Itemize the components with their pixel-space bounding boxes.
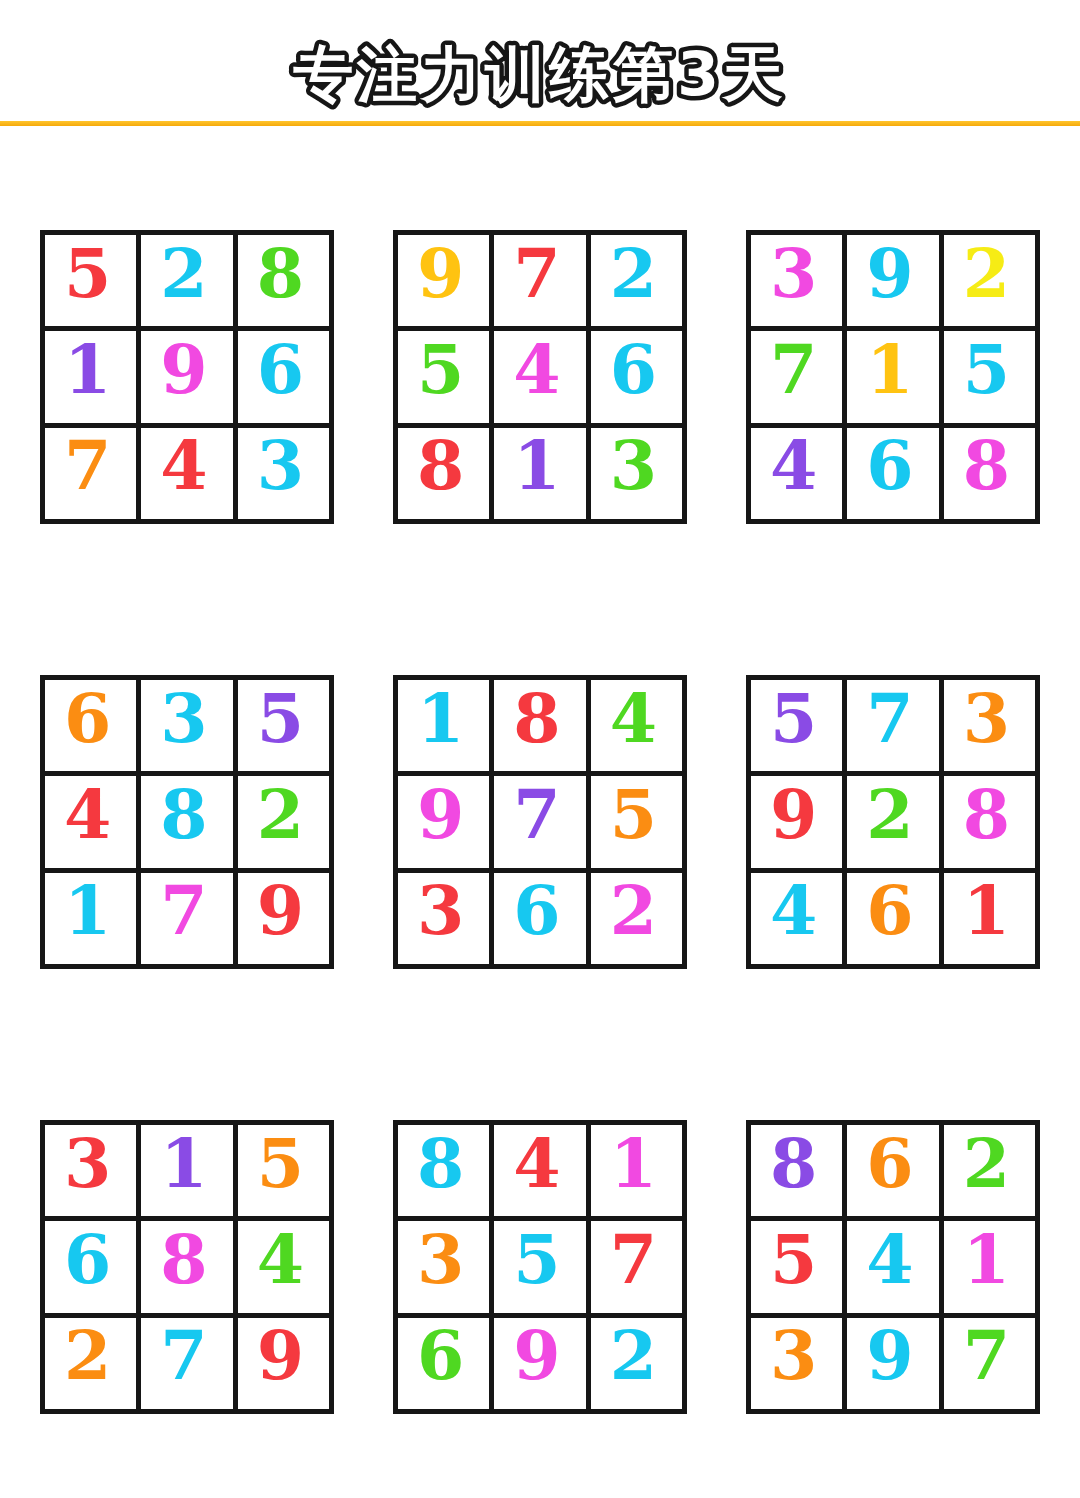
cell: 4 [45, 776, 136, 867]
cell: 6 [238, 331, 329, 422]
cell: 2 [591, 1318, 682, 1409]
digit: 7 [770, 335, 817, 403]
digit: 1 [866, 335, 913, 403]
digit: 7 [160, 1321, 207, 1389]
boards-grid: 5281967439725468133927154686354821791849… [40, 230, 1040, 1414]
digit: 6 [513, 876, 560, 944]
cell: 3 [141, 680, 232, 771]
digit: 5 [513, 1225, 560, 1293]
cell: 5 [238, 1125, 329, 1216]
divider-line [0, 121, 1080, 126]
digit: 3 [610, 431, 657, 499]
digit: 9 [417, 239, 464, 307]
cell: 2 [944, 1125, 1035, 1216]
digit: 7 [160, 876, 207, 944]
cell: 6 [494, 873, 585, 964]
digit: 9 [257, 1321, 304, 1389]
cell: 3 [398, 873, 489, 964]
cell: 2 [944, 235, 1035, 326]
cell: 2 [591, 235, 682, 326]
digit: 6 [866, 431, 913, 499]
digit: 5 [770, 1225, 817, 1293]
cell: 2 [238, 776, 329, 867]
cell: 8 [944, 428, 1035, 519]
digit: 2 [610, 239, 657, 307]
digit: 7 [513, 239, 560, 307]
digit: 2 [963, 1129, 1010, 1197]
board-4: 635482179 [40, 675, 334, 969]
board-1: 528196743 [40, 230, 334, 524]
cell: 6 [847, 873, 938, 964]
cell: 7 [591, 1221, 682, 1312]
cell: 5 [944, 331, 1035, 422]
digit: 8 [963, 780, 1010, 848]
cell: 2 [45, 1318, 136, 1409]
cell: 9 [141, 331, 232, 422]
cell: 1 [944, 873, 1035, 964]
digit: 5 [770, 684, 817, 752]
digit: 2 [160, 239, 207, 307]
cell: 7 [45, 428, 136, 519]
page-title: 专注力训练第3天 [293, 39, 787, 109]
digit: 3 [417, 876, 464, 944]
cell: 5 [398, 331, 489, 422]
digit: 4 [513, 335, 560, 403]
digit: 2 [866, 780, 913, 848]
cell: 9 [751, 776, 842, 867]
digit: 6 [64, 684, 111, 752]
cell: 1 [45, 873, 136, 964]
cell: 1 [944, 1221, 1035, 1312]
digit: 3 [770, 1321, 817, 1389]
cell: 7 [494, 776, 585, 867]
cell: 3 [45, 1125, 136, 1216]
cell: 1 [45, 331, 136, 422]
digit: 3 [64, 1129, 111, 1197]
digit: 9 [257, 876, 304, 944]
cell: 8 [751, 1125, 842, 1216]
digit: 9 [417, 780, 464, 848]
cell: 6 [398, 1318, 489, 1409]
cell: 1 [494, 428, 585, 519]
digit: 5 [64, 239, 111, 307]
digit: 8 [417, 1129, 464, 1197]
digit: 9 [160, 335, 207, 403]
cell: 5 [751, 1221, 842, 1312]
cell: 3 [398, 1221, 489, 1312]
cell: 3 [591, 428, 682, 519]
cell: 4 [494, 1125, 585, 1216]
cell: 7 [847, 680, 938, 771]
cell: 9 [238, 1318, 329, 1409]
board-2: 972546813 [393, 230, 687, 524]
cell: 7 [141, 873, 232, 964]
cell: 3 [944, 680, 1035, 771]
digit: 9 [770, 780, 817, 848]
digit: 4 [610, 684, 657, 752]
cell: 8 [398, 1125, 489, 1216]
digit: 2 [610, 1321, 657, 1389]
cell: 7 [944, 1318, 1035, 1409]
cell: 7 [494, 235, 585, 326]
cell: 6 [847, 428, 938, 519]
digit: 7 [610, 1225, 657, 1293]
digit: 6 [64, 1225, 111, 1293]
digit: 4 [513, 1129, 560, 1197]
board-6: 573928461 [746, 675, 1040, 969]
cell: 9 [398, 776, 489, 867]
cell: 4 [494, 331, 585, 422]
digit: 1 [64, 335, 111, 403]
digit: 4 [866, 1225, 913, 1293]
digit: 8 [417, 431, 464, 499]
cell: 4 [141, 428, 232, 519]
digit: 2 [257, 780, 304, 848]
cell: 1 [847, 331, 938, 422]
digit: 8 [770, 1129, 817, 1197]
cell: 2 [847, 776, 938, 867]
cell: 9 [494, 1318, 585, 1409]
digit: 4 [257, 1225, 304, 1293]
cell: 9 [847, 235, 938, 326]
digit: 8 [513, 684, 560, 752]
digit: 5 [257, 1129, 304, 1197]
cell: 8 [141, 1221, 232, 1312]
digit: 9 [866, 1321, 913, 1389]
cell: 6 [847, 1125, 938, 1216]
digit: 9 [513, 1321, 560, 1389]
board-8: 841357692 [393, 1120, 687, 1414]
cell: 4 [591, 680, 682, 771]
cell: 4 [751, 428, 842, 519]
digit: 8 [160, 780, 207, 848]
digit: 4 [770, 431, 817, 499]
digit: 4 [64, 780, 111, 848]
digit: 9 [866, 239, 913, 307]
digit: 2 [64, 1321, 111, 1389]
board-3: 392715468 [746, 230, 1040, 524]
cell: 7 [751, 331, 842, 422]
cell: 8 [494, 680, 585, 771]
digit: 1 [513, 431, 560, 499]
digit: 5 [963, 335, 1010, 403]
worksheet-page: 专注力训练第3天 5281967439725468133927154686354… [0, 0, 1080, 1498]
digit: 1 [963, 876, 1010, 944]
digit: 6 [257, 335, 304, 403]
cell: 9 [847, 1318, 938, 1409]
cell: 2 [141, 235, 232, 326]
cell: 7 [141, 1318, 232, 1409]
digit: 1 [417, 684, 464, 752]
cell: 5 [238, 680, 329, 771]
digit: 4 [160, 431, 207, 499]
cell: 6 [45, 1221, 136, 1312]
cell: 5 [591, 776, 682, 867]
cell: 4 [238, 1221, 329, 1312]
cell: 1 [591, 1125, 682, 1216]
digit: 3 [160, 684, 207, 752]
digit: 3 [770, 239, 817, 307]
digit: 5 [257, 684, 304, 752]
digit: 8 [160, 1225, 207, 1293]
cell: 8 [141, 776, 232, 867]
cell: 8 [398, 428, 489, 519]
header: 专注力训练第3天 [0, 0, 1080, 121]
digit: 7 [963, 1321, 1010, 1389]
title-graphic: 专注力训练第3天 [0, 0, 1080, 121]
cell: 4 [751, 873, 842, 964]
digit: 8 [257, 239, 304, 307]
digit: 6 [866, 876, 913, 944]
board-7: 315684279 [40, 1120, 334, 1414]
digit: 7 [866, 684, 913, 752]
cell: 1 [141, 1125, 232, 1216]
digit: 5 [610, 780, 657, 848]
cell: 8 [238, 235, 329, 326]
digit: 2 [610, 876, 657, 944]
cell: 6 [45, 680, 136, 771]
cell: 8 [944, 776, 1035, 867]
digit: 3 [417, 1225, 464, 1293]
digit: 7 [64, 431, 111, 499]
digit: 6 [866, 1129, 913, 1197]
digit: 8 [963, 431, 1010, 499]
cell: 9 [238, 873, 329, 964]
digit: 1 [610, 1129, 657, 1197]
digit: 1 [64, 876, 111, 944]
digit: 1 [160, 1129, 207, 1197]
digit: 5 [417, 335, 464, 403]
cell: 3 [238, 428, 329, 519]
cell: 3 [751, 1318, 842, 1409]
cell: 2 [591, 873, 682, 964]
cell: 5 [45, 235, 136, 326]
cell: 5 [494, 1221, 585, 1312]
cell: 1 [398, 680, 489, 771]
board-5: 184975362 [393, 675, 687, 969]
digit: 1 [963, 1225, 1010, 1293]
cell: 9 [398, 235, 489, 326]
cell: 3 [751, 235, 842, 326]
digit: 3 [257, 431, 304, 499]
digit: 3 [963, 684, 1010, 752]
board-9: 862541397 [746, 1120, 1040, 1414]
digit: 2 [963, 239, 1010, 307]
digit: 4 [770, 876, 817, 944]
cell: 6 [591, 331, 682, 422]
digit: 6 [417, 1321, 464, 1389]
digit: 6 [610, 335, 657, 403]
cell: 4 [847, 1221, 938, 1312]
digit: 7 [513, 780, 560, 848]
cell: 5 [751, 680, 842, 771]
